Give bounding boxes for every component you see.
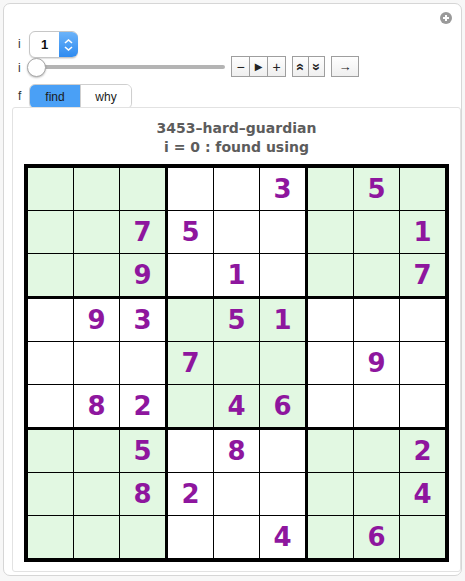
manipulate-panel: i 1 i − ▶ + « » → (3, 3, 462, 576)
cell-r9c2 (74, 516, 120, 558)
cell-r3c3: 9 (120, 254, 168, 299)
setter-option-why[interactable]: why (80, 85, 131, 108)
sudoku-board: 35751917935179824658282446 (24, 164, 449, 562)
cell-r7c3: 5 (120, 430, 168, 473)
output-frame: 3453–hard–guardian i = 0 : found using 3… (12, 107, 461, 572)
cell-r2c7 (308, 211, 354, 254)
cell-r8c9: 4 (400, 473, 445, 516)
cell-r1c1 (28, 168, 74, 211)
setter-option-find[interactable]: find (30, 85, 80, 108)
cell-r9c7 (308, 516, 354, 558)
cell-r8c1 (28, 473, 74, 516)
cell-r9c4 (168, 516, 214, 558)
slider-thumb[interactable] (27, 58, 46, 77)
cell-r1c5 (214, 168, 260, 211)
cell-r6c6: 6 (260, 385, 308, 430)
cell-r8c3: 8 (120, 473, 168, 516)
decrement-button[interactable]: − (231, 56, 250, 77)
cell-r5c9 (400, 342, 445, 385)
cell-r6c7 (308, 385, 354, 430)
cell-r9c3 (120, 516, 168, 558)
cell-r8c2 (74, 473, 120, 516)
cell-r9c5 (214, 516, 260, 558)
cell-r4c8 (354, 299, 400, 342)
cell-r6c1 (28, 385, 74, 430)
right-arrow-icon: → (339, 60, 352, 73)
cell-r5c6 (260, 342, 308, 385)
faster-button[interactable]: « (292, 56, 309, 77)
cell-r4c1 (28, 299, 74, 342)
cell-r8c4: 2 (168, 473, 214, 516)
slider-track[interactable] (29, 65, 225, 69)
plus-icon: + (272, 60, 280, 74)
cell-r3c6 (260, 254, 308, 299)
cell-r7c8 (354, 430, 400, 473)
direction-button[interactable]: → (331, 56, 359, 77)
cell-r3c4 (168, 254, 214, 299)
stepper-up-down-icon[interactable] (59, 32, 78, 57)
cell-r4c6: 1 (260, 299, 308, 342)
manipulate-options-icon[interactable] (440, 12, 452, 24)
cell-r5c1 (28, 342, 74, 385)
manipulate-window: i 1 i − ▶ + « » → (0, 0, 465, 581)
slower-button[interactable]: » (308, 56, 325, 77)
cell-r9c9 (400, 516, 445, 558)
cell-r8c8 (354, 473, 400, 516)
cell-r2c3: 7 (120, 211, 168, 254)
cell-r4c7 (308, 299, 354, 342)
cell-r2c8 (354, 211, 400, 254)
cell-r2c6 (260, 211, 308, 254)
cell-r3c5: 1 (214, 254, 260, 299)
setter-bar: find why (29, 84, 132, 109)
cell-r4c9 (400, 299, 445, 342)
cell-r9c6: 4 (260, 516, 308, 558)
stepper-value: 1 (30, 37, 59, 52)
cell-r6c4 (168, 385, 214, 430)
cell-r3c2 (74, 254, 120, 299)
cell-r2c5 (214, 211, 260, 254)
cell-r1c3 (120, 168, 168, 211)
cell-r7c6 (260, 430, 308, 473)
cell-r7c4 (168, 430, 214, 473)
cell-r6c5: 4 (214, 385, 260, 430)
cell-r3c9: 7 (400, 254, 445, 299)
value-stepper[interactable]: 1 (29, 31, 78, 58)
cell-r7c9: 2 (400, 430, 445, 473)
cell-r6c2: 8 (74, 385, 120, 430)
cell-r8c7 (308, 473, 354, 516)
cell-r5c2 (74, 342, 120, 385)
stepper-label: i (18, 37, 21, 51)
cell-r4c5: 5 (214, 299, 260, 342)
cell-r7c7 (308, 430, 354, 473)
cell-r6c9 (400, 385, 445, 430)
cell-r4c3: 3 (120, 299, 168, 342)
cell-r6c8 (354, 385, 400, 430)
play-icon: ▶ (255, 62, 263, 72)
puzzle-subtitle: i = 0 : found using (13, 138, 460, 157)
cell-r4c2: 9 (74, 299, 120, 342)
cell-r2c2 (74, 211, 120, 254)
cell-r1c9 (400, 168, 445, 211)
cell-r9c1 (28, 516, 74, 558)
double-chevron-up-icon: « (292, 63, 308, 71)
cell-r4c4 (168, 299, 214, 342)
cell-r3c7 (308, 254, 354, 299)
cell-r7c1 (28, 430, 74, 473)
setter-label: f (18, 89, 21, 103)
cell-r6c3: 2 (120, 385, 168, 430)
cell-r7c5: 8 (214, 430, 260, 473)
cell-r9c8: 6 (354, 516, 400, 558)
cell-r2c4: 5 (168, 211, 214, 254)
cell-r1c7 (308, 168, 354, 211)
cell-r2c9: 1 (400, 211, 445, 254)
cell-r1c2 (74, 168, 120, 211)
minus-icon: − (236, 60, 244, 74)
cell-r5c4: 7 (168, 342, 214, 385)
cell-r1c8: 5 (354, 168, 400, 211)
cell-r8c5 (214, 473, 260, 516)
cell-r2c1 (28, 211, 74, 254)
cell-r8c6 (260, 473, 308, 516)
cell-r3c1 (28, 254, 74, 299)
cell-r5c3 (120, 342, 168, 385)
increment-button[interactable]: + (267, 56, 286, 77)
cell-r5c8: 9 (354, 342, 400, 385)
double-chevron-down-icon: » (308, 63, 324, 71)
cell-r1c6: 3 (260, 168, 308, 211)
play-button[interactable]: ▶ (249, 56, 268, 77)
puzzle-title: 3453–hard–guardian (13, 119, 460, 138)
cell-r5c5 (214, 342, 260, 385)
slider-label: i (18, 61, 21, 75)
cell-r7c2 (74, 430, 120, 473)
cell-r3c8 (354, 254, 400, 299)
cell-r5c7 (308, 342, 354, 385)
cell-r1c4 (168, 168, 214, 211)
